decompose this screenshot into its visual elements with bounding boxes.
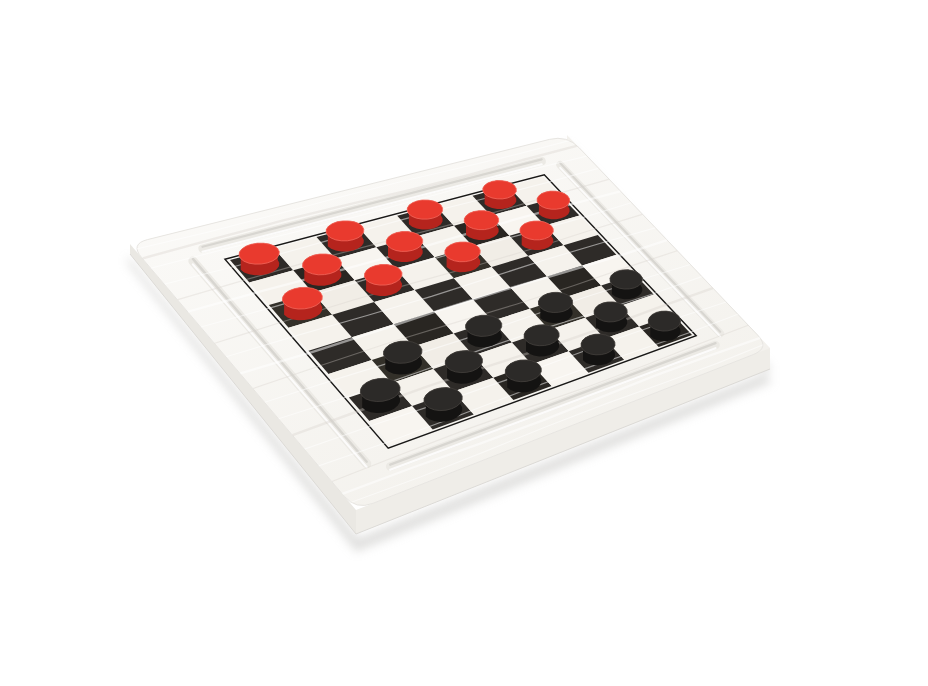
black-checker-d3[interactable] (466, 315, 502, 347)
red-checker-h7[interactable] (537, 191, 569, 219)
black-checker-d1[interactable] (505, 360, 541, 393)
red-checker-a6[interactable] (282, 287, 322, 320)
red-checker-a8[interactable] (239, 243, 279, 275)
black-checker-f1[interactable] (581, 334, 615, 365)
black-checker-b3[interactable] (384, 341, 422, 374)
black-checker-f3[interactable] (539, 292, 573, 323)
black-checker-g2[interactable] (594, 302, 627, 332)
red-checker-c6[interactable] (365, 265, 403, 297)
black-checker-h1[interactable] (648, 311, 680, 341)
product-photo (0, 0, 928, 686)
red-checker-b7[interactable] (303, 254, 342, 286)
black-checker-c2[interactable] (445, 351, 482, 384)
red-checker-g8[interactable] (483, 181, 516, 209)
checkers-board-photo (0, 0, 928, 686)
red-checker-c8[interactable] (326, 221, 364, 252)
red-checker-d7[interactable] (386, 232, 422, 262)
black-checker-e2[interactable] (524, 325, 559, 357)
red-checker-e8[interactable] (407, 200, 442, 230)
red-checker-g6[interactable] (520, 221, 553, 250)
black-checker-h3[interactable] (610, 270, 642, 299)
red-checker-f7[interactable] (464, 211, 498, 240)
black-checker-a2[interactable] (360, 378, 400, 413)
black-checker-b1[interactable] (424, 388, 462, 422)
red-checker-e6[interactable] (445, 242, 480, 272)
